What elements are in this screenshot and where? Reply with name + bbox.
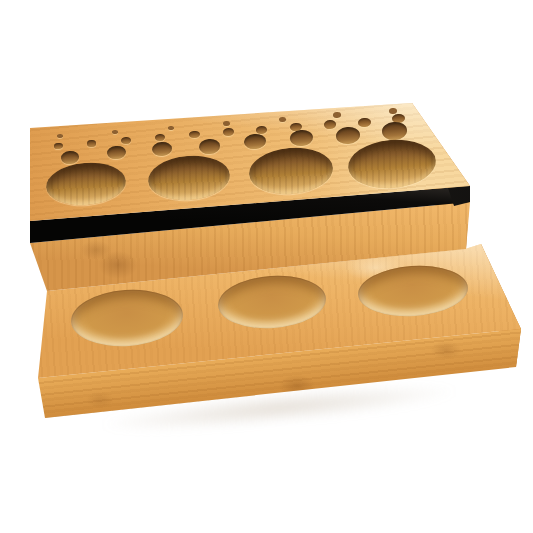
punch-hole-medium xyxy=(243,133,266,150)
punch-hole-tiny xyxy=(278,116,285,122)
punch-hole-small xyxy=(87,139,97,146)
punch-hole-small xyxy=(53,142,63,149)
punch-hole-small xyxy=(222,128,234,137)
punch-hole-small xyxy=(188,131,199,139)
punch-hole-small xyxy=(121,136,131,144)
punch-hole-medium xyxy=(289,129,313,147)
punch-hole-large xyxy=(44,160,127,209)
bamboo-stand-photo xyxy=(0,0,533,533)
punch-hole-tiny xyxy=(168,126,174,131)
punch-hole-medium xyxy=(106,145,126,160)
round-recess xyxy=(356,262,469,320)
punch-hole-medium xyxy=(335,126,360,145)
punch-hole-medium xyxy=(151,141,172,157)
punch-hole-large xyxy=(346,136,438,191)
punch-hole-large xyxy=(146,153,232,204)
round-recess xyxy=(69,286,185,350)
punch-hole-medium xyxy=(198,138,220,155)
punch-hole-medium xyxy=(60,150,79,164)
punch-hole-tiny xyxy=(222,120,229,126)
round-recess xyxy=(216,272,327,331)
punch-hole-tiny xyxy=(333,112,341,118)
punch-hole-small xyxy=(357,117,370,127)
punch-hole-small xyxy=(155,134,166,142)
punch-hole-tiny xyxy=(112,130,118,135)
punch-hole-tiny xyxy=(57,134,63,139)
punch-hole-large xyxy=(247,144,335,197)
punch-hole-small xyxy=(324,119,337,129)
punch-hole-medium xyxy=(381,121,407,141)
